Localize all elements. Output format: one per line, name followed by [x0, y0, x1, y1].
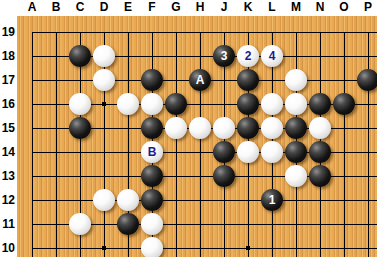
black-stone-M14 — [285, 141, 307, 163]
grid-line-col-P — [368, 32, 369, 257]
column-label-K: K — [239, 0, 257, 15]
white-stone-D18 — [93, 45, 115, 67]
column-label-N: N — [311, 0, 329, 15]
column-label-O: O — [335, 0, 353, 15]
grid-line-col-A — [32, 32, 33, 257]
black-stone-E11 — [117, 213, 139, 235]
white-stone-C16 — [69, 93, 91, 115]
white-stone-E12 — [117, 189, 139, 211]
column-label-P: P — [359, 0, 377, 15]
row-label-16: 16 — [0, 96, 15, 112]
white-stone-M13 — [285, 165, 307, 187]
stone-label-2: 2 — [245, 49, 252, 63]
row-label-11: 11 — [0, 216, 15, 232]
star-point-D10 — [102, 246, 106, 250]
column-label-F: F — [143, 0, 161, 15]
column-label-G: G — [167, 0, 185, 15]
black-stone-J14 — [213, 141, 235, 163]
black-stone-C15 — [69, 117, 91, 139]
column-label-M: M — [287, 0, 305, 15]
black-stone-F15 — [141, 117, 163, 139]
row-label-10: 10 — [0, 240, 15, 256]
white-stone-L14 — [261, 141, 283, 163]
black-stone-F17 — [141, 69, 163, 91]
white-stone-N15 — [309, 117, 331, 139]
black-stone-G16 — [165, 93, 187, 115]
column-label-A: A — [23, 0, 41, 15]
stone-label-A: A — [196, 73, 205, 87]
black-stone-K17 — [237, 69, 259, 91]
star-point-D16 — [102, 102, 106, 106]
black-stone-M15 — [285, 117, 307, 139]
black-stone-J13 — [213, 165, 235, 187]
grid-line-row-12 — [32, 200, 377, 201]
column-label-D: D — [95, 0, 113, 15]
column-label-E: E — [119, 0, 137, 15]
white-stone-C11 — [69, 213, 91, 235]
row-label-18: 18 — [0, 48, 15, 64]
star-point-K10 — [246, 246, 250, 250]
white-stone-F14: B — [141, 141, 163, 163]
white-stone-G15 — [165, 117, 187, 139]
black-stone-P17 — [357, 69, 377, 91]
column-label-B: B — [47, 0, 65, 15]
white-stone-J15 — [213, 117, 235, 139]
black-stone-N14 — [309, 141, 331, 163]
row-label-14: 14 — [0, 144, 15, 160]
black-stone-J18: 3 — [213, 45, 235, 67]
grid-line-col-G — [176, 32, 177, 257]
grid-line-col-H — [200, 32, 201, 257]
black-stone-C18 — [69, 45, 91, 67]
white-stone-D17 — [93, 69, 115, 91]
white-stone-H15 — [189, 117, 211, 139]
stone-label-1: 1 — [269, 193, 276, 207]
white-stone-M17 — [285, 69, 307, 91]
white-stone-L18: 4 — [261, 45, 283, 67]
white-stone-F16 — [141, 93, 163, 115]
black-stone-K16 — [237, 93, 259, 115]
grid-line-col-B — [56, 32, 57, 257]
go-diagram: ABCDEFGHJKLMNOP191817161514131211103A124… — [0, 0, 377, 257]
white-stone-M16 — [285, 93, 307, 115]
grid-line-row-19 — [32, 32, 377, 33]
column-label-J: J — [215, 0, 233, 15]
white-stone-E16 — [117, 93, 139, 115]
grid-line-col-O — [344, 32, 345, 257]
black-stone-L12: 1 — [261, 189, 283, 211]
grid-line-row-10 — [32, 248, 377, 249]
black-stone-N16 — [309, 93, 331, 115]
row-label-13: 13 — [0, 168, 15, 184]
black-stone-H17: A — [189, 69, 211, 91]
row-label-12: 12 — [0, 192, 15, 208]
white-stone-F10 — [141, 237, 163, 257]
black-stone-F13 — [141, 165, 163, 187]
white-stone-D12 — [93, 189, 115, 211]
black-stone-K15 — [237, 117, 259, 139]
white-stone-K18: 2 — [237, 45, 259, 67]
row-label-17: 17 — [0, 72, 15, 88]
black-stone-N13 — [309, 165, 331, 187]
stone-label-4: 4 — [269, 49, 276, 63]
row-label-15: 15 — [0, 120, 15, 136]
black-stone-F12 — [141, 189, 163, 211]
column-label-L: L — [263, 0, 281, 15]
white-stone-K14 — [237, 141, 259, 163]
black-stone-O16 — [333, 93, 355, 115]
column-label-C: C — [71, 0, 89, 15]
stone-label-B: B — [148, 145, 157, 159]
white-stone-L15 — [261, 117, 283, 139]
row-label-19: 19 — [0, 24, 15, 40]
white-stone-L16 — [261, 93, 283, 115]
column-label-H: H — [191, 0, 209, 15]
stone-label-3: 3 — [221, 49, 228, 63]
white-stone-F11 — [141, 213, 163, 235]
